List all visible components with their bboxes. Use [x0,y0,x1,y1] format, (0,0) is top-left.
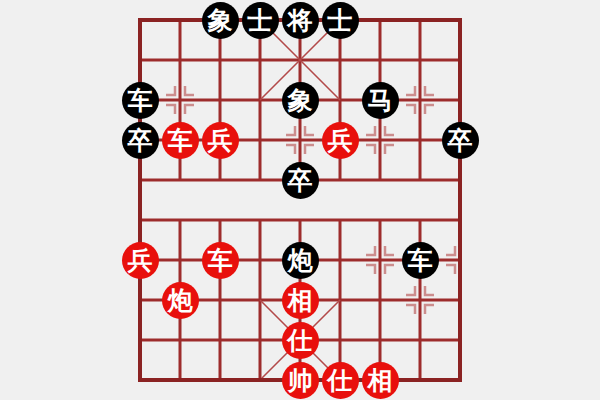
piece-red-elephant[interactable]: 相 [282,282,319,319]
piece-glyph: 仕 [288,322,313,359]
piece-red-chariot[interactable]: 车 [162,122,199,159]
board-point: 帅 [280,360,320,400]
piece-black-soldier[interactable]: 卒 [282,162,319,199]
piece-red-advisor[interactable]: 仕 [282,322,319,359]
piece-glyph: 卒 [288,162,313,199]
board-point: 卒 [440,120,480,160]
board-point: 象 [280,80,320,120]
piece-glyph: 车 [128,82,153,119]
piece-black-elephant[interactable]: 象 [282,82,319,119]
piece-glyph: 帅 [288,362,313,399]
board-point: 相 [280,280,320,320]
piece-glyph: 炮 [168,282,193,319]
board-point: 仕 [320,360,360,400]
piece-black-soldier[interactable]: 卒 [122,122,159,159]
board-point: 仕 [280,320,320,360]
piece-glyph: 车 [408,242,433,279]
piece-glyph: 相 [368,362,393,399]
piece-glyph: 仕 [328,362,353,399]
board-point: 车 [120,80,160,120]
piece-glyph: 车 [168,122,193,159]
piece-glyph: 兵 [128,242,153,279]
board-point: 车 [160,120,200,160]
piece-red-soldier[interactable]: 兵 [122,242,159,279]
piece-glyph: 象 [288,82,313,119]
piece-red-advisor[interactable]: 仕 [322,362,359,399]
board-point: 炮 [280,240,320,280]
board-point: 车 [200,240,240,280]
piece-glyph: 士 [328,2,353,39]
board-point: 兵 [320,120,360,160]
piece-black-general[interactable]: 将 [282,2,319,39]
board-point: 兵 [120,240,160,280]
piece-black-cannon[interactable]: 炮 [282,242,319,279]
xiangqi-board: 象士将士车象马卒车兵兵卒卒兵车炮车炮相仕帅仕相 [0,0,600,400]
board-point: 车 [400,240,440,280]
board-point: 马 [360,80,400,120]
piece-black-elephant[interactable]: 象 [202,2,239,39]
piece-red-general[interactable]: 帅 [282,362,319,399]
board-point: 象 [200,0,240,40]
piece-glyph: 兵 [208,122,233,159]
piece-glyph: 相 [288,282,313,319]
board-point: 相 [360,360,400,400]
board-point: 卒 [120,120,160,160]
piece-red-cannon[interactable]: 炮 [162,282,199,319]
piece-glyph: 炮 [288,242,313,279]
piece-black-horse[interactable]: 马 [362,82,399,119]
piece-glyph: 马 [368,82,393,119]
piece-glyph: 车 [208,242,233,279]
piece-glyph: 兵 [328,122,353,159]
piece-glyph: 士 [248,2,273,39]
piece-black-chariot[interactable]: 车 [402,242,439,279]
board-point: 将 [280,0,320,40]
pieces-layer: 象士将士车象马卒车兵兵卒卒兵车炮车炮相仕帅仕相 [120,0,480,400]
piece-glyph: 卒 [448,122,473,159]
piece-black-advisor[interactable]: 士 [242,2,279,39]
board-point: 卒 [280,160,320,200]
piece-black-soldier[interactable]: 卒 [442,122,479,159]
piece-glyph: 卒 [128,122,153,159]
piece-red-elephant[interactable]: 相 [362,362,399,399]
piece-red-chariot[interactable]: 车 [202,242,239,279]
board-point: 士 [320,0,360,40]
piece-red-soldier[interactable]: 兵 [202,122,239,159]
piece-glyph: 将 [288,2,313,39]
piece-glyph: 象 [208,2,233,39]
piece-black-advisor[interactable]: 士 [322,2,359,39]
piece-black-chariot[interactable]: 车 [122,82,159,119]
board-point: 士 [240,0,280,40]
piece-red-soldier[interactable]: 兵 [322,122,359,159]
board-point: 炮 [160,280,200,320]
board-point: 兵 [200,120,240,160]
